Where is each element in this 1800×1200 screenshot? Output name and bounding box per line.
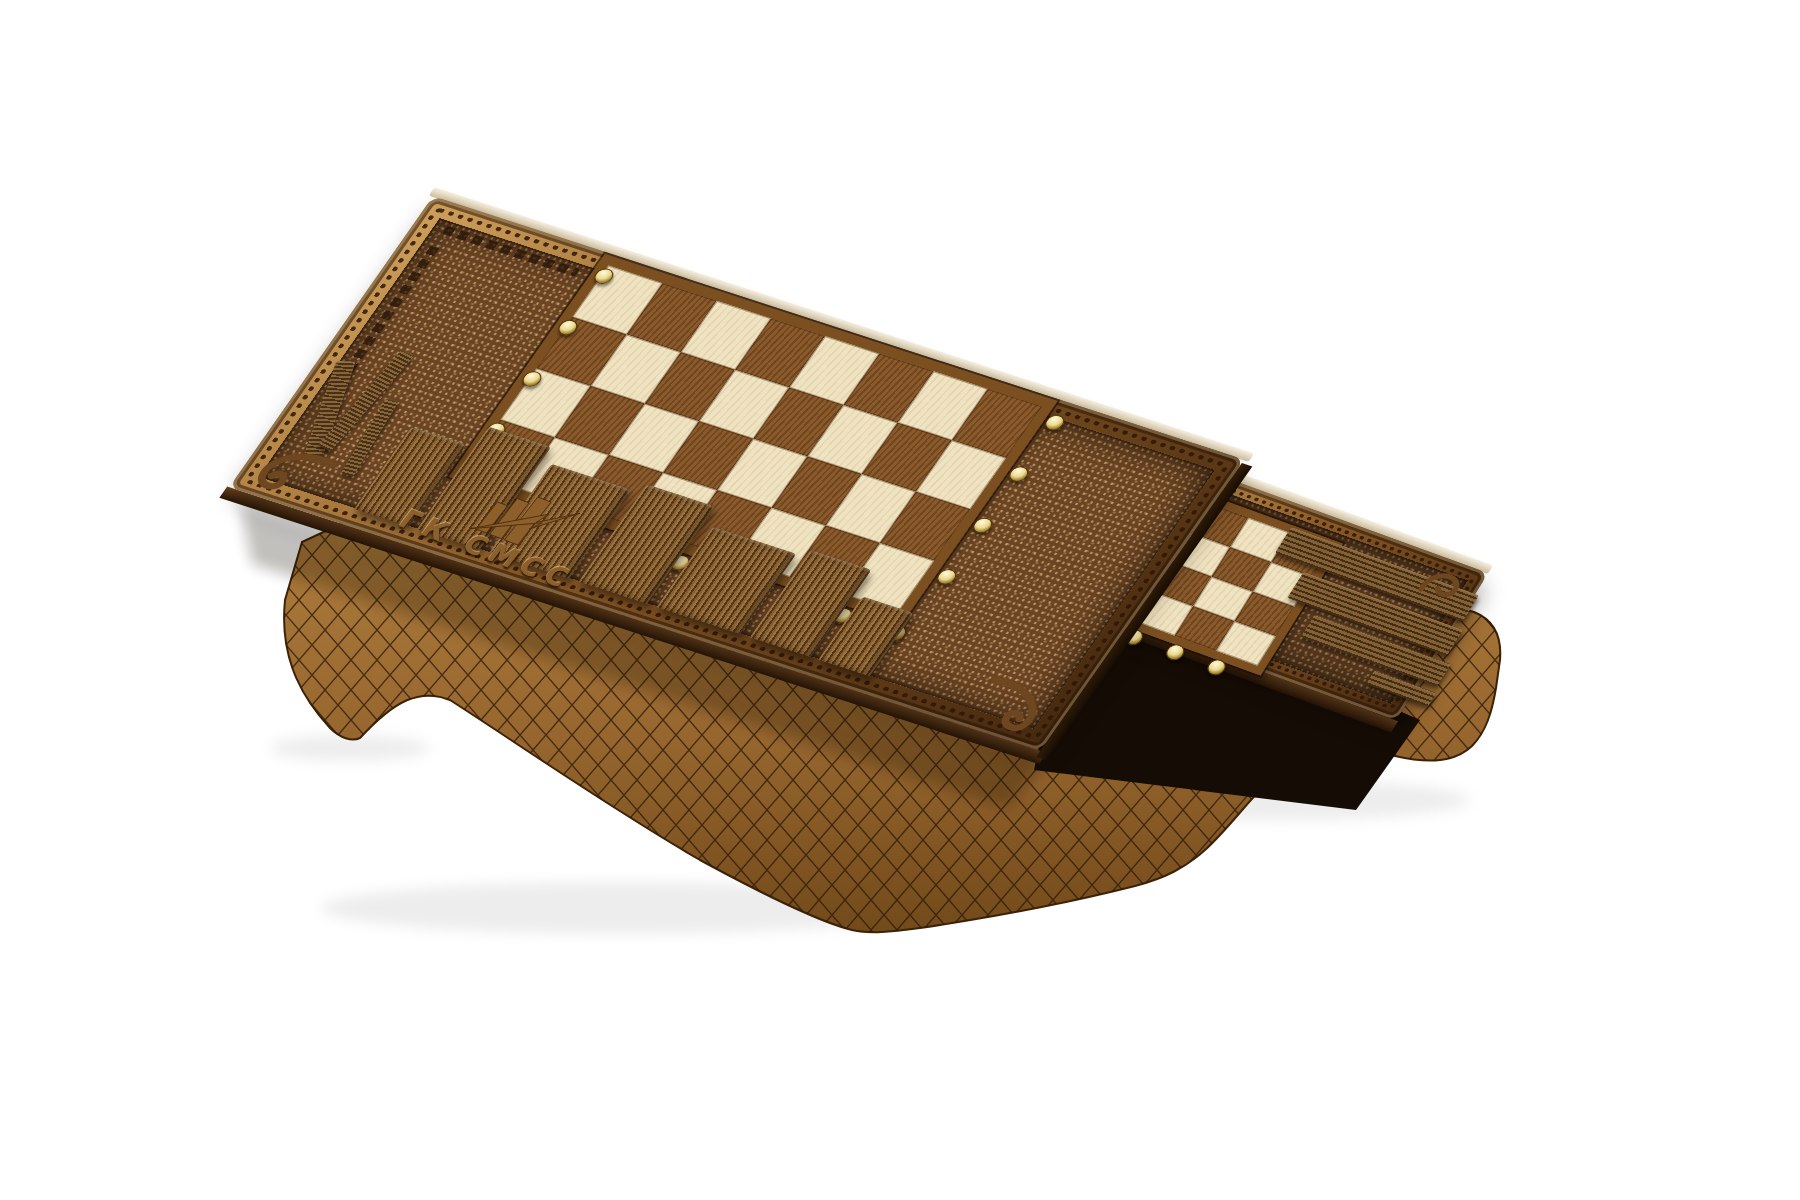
product-photo-scene: ГК СМСС [0,0,1800,1200]
